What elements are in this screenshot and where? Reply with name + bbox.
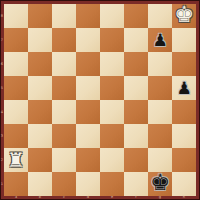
square-d1[interactable] <box>76 172 100 196</box>
square-b8[interactable] <box>28 4 52 28</box>
square-e5[interactable] <box>100 76 124 100</box>
square-h8[interactable]: ♚ <box>172 4 196 28</box>
square-e2[interactable] <box>100 148 124 172</box>
rank-label-8: 8 <box>1 14 3 18</box>
square-h1[interactable] <box>172 172 196 196</box>
square-g3[interactable] <box>148 124 172 148</box>
square-f8[interactable] <box>124 4 148 28</box>
square-h4[interactable] <box>172 100 196 124</box>
square-c8[interactable] <box>52 4 76 28</box>
square-d5[interactable] <box>76 76 100 100</box>
square-h6[interactable] <box>172 52 196 76</box>
square-h3[interactable] <box>172 124 196 148</box>
square-d3[interactable] <box>76 124 100 148</box>
file-label-c: c <box>63 195 65 199</box>
square-a8[interactable] <box>4 4 28 28</box>
square-c4[interactable] <box>52 100 76 124</box>
square-g8[interactable] <box>148 4 172 28</box>
square-f4[interactable] <box>124 100 148 124</box>
square-e8[interactable] <box>100 4 124 28</box>
square-b4[interactable] <box>28 100 52 124</box>
square-b2[interactable] <box>28 148 52 172</box>
square-e4[interactable] <box>100 100 124 124</box>
file-label-a: a <box>15 195 17 199</box>
square-c1[interactable] <box>52 172 76 196</box>
square-g6[interactable] <box>148 52 172 76</box>
file-label-h: h <box>183 195 185 199</box>
file-label-f: f <box>135 195 136 199</box>
square-f3[interactable] <box>124 124 148 148</box>
black-pawn[interactable]: ♟ <box>152 32 167 49</box>
square-c7[interactable] <box>52 28 76 52</box>
file-label-b: b <box>39 195 41 199</box>
square-e6[interactable] <box>100 52 124 76</box>
square-g7[interactable]: ♟ <box>148 28 172 52</box>
chess-board: ♚♟♟♜♚ <box>4 4 196 196</box>
rank-label-7: 7 <box>1 38 3 42</box>
rank-label-3: 3 <box>1 134 3 138</box>
rank-label-4: 4 <box>1 110 3 114</box>
black-king[interactable]: ♚ <box>150 172 170 194</box>
square-b7[interactable] <box>28 28 52 52</box>
square-c2[interactable] <box>52 148 76 172</box>
black-pawn[interactable]: ♟ <box>176 80 191 97</box>
rank-label-5: 5 <box>1 86 3 90</box>
square-e3[interactable] <box>100 124 124 148</box>
square-g4[interactable] <box>148 100 172 124</box>
white-king[interactable]: ♚ <box>174 4 194 26</box>
white-rook[interactable]: ♜ <box>7 150 25 170</box>
square-a2[interactable]: ♜ <box>4 148 28 172</box>
square-f6[interactable] <box>124 52 148 76</box>
square-a4[interactable] <box>4 100 28 124</box>
square-f2[interactable] <box>124 148 148 172</box>
rank-label-2: 2 <box>1 158 3 162</box>
rank-label-6: 6 <box>1 62 3 66</box>
square-c6[interactable] <box>52 52 76 76</box>
square-f1[interactable] <box>124 172 148 196</box>
square-g2[interactable] <box>148 148 172 172</box>
square-d4[interactable] <box>76 100 100 124</box>
square-h7[interactable] <box>172 28 196 52</box>
square-d6[interactable] <box>76 52 100 76</box>
file-label-e: e <box>111 195 113 199</box>
square-h5[interactable]: ♟ <box>172 76 196 100</box>
square-a3[interactable] <box>4 124 28 148</box>
square-b3[interactable] <box>28 124 52 148</box>
chess-diagram: ♚♟♟♜♚ 87654321abcdefgh <box>0 0 200 200</box>
square-c3[interactable] <box>52 124 76 148</box>
rank-label-1: 1 <box>1 182 3 186</box>
square-b5[interactable] <box>28 76 52 100</box>
square-d7[interactable] <box>76 28 100 52</box>
file-label-d: d <box>87 195 89 199</box>
square-c5[interactable] <box>52 76 76 100</box>
square-f7[interactable] <box>124 28 148 52</box>
square-b6[interactable] <box>28 52 52 76</box>
square-e7[interactable] <box>100 28 124 52</box>
square-d8[interactable] <box>76 4 100 28</box>
square-e1[interactable] <box>100 172 124 196</box>
file-label-g: g <box>159 195 161 199</box>
square-g1[interactable]: ♚ <box>148 172 172 196</box>
square-f5[interactable] <box>124 76 148 100</box>
square-a6[interactable] <box>4 52 28 76</box>
square-a5[interactable] <box>4 76 28 100</box>
square-b1[interactable] <box>28 172 52 196</box>
square-a7[interactable] <box>4 28 28 52</box>
square-d2[interactable] <box>76 148 100 172</box>
square-a1[interactable] <box>4 172 28 196</box>
square-g5[interactable] <box>148 76 172 100</box>
square-h2[interactable] <box>172 148 196 172</box>
